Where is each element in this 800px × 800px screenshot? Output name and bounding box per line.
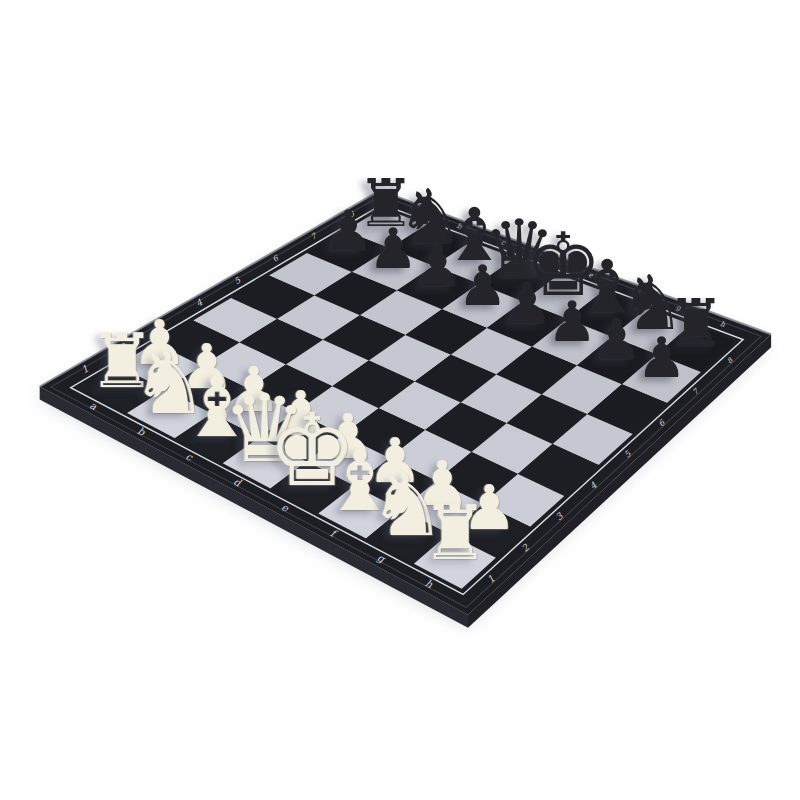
piece-white-rook-h1[interactable]: ♜ xyxy=(421,496,488,571)
piece-black-pawn-c7[interactable]: ♟ xyxy=(413,239,463,295)
piece-black-pawn-f7[interactable]: ♟ xyxy=(547,294,597,350)
piece-black-pawn-g7[interactable]: ♟ xyxy=(592,312,642,368)
piece-black-pawn-b7[interactable]: ♟ xyxy=(368,221,418,277)
piece-black-pawn-d7[interactable]: ♟ xyxy=(457,257,507,313)
piece-black-pawn-a7[interactable]: ♟ xyxy=(323,203,373,259)
piece-black-pawn-h7[interactable]: ♟ xyxy=(636,330,686,386)
piece-black-pawn-e7[interactable]: ♟ xyxy=(502,276,552,332)
chess-set-photo: aabbccddeeffgghh1122334455667788 ♜♞♝♛♚♝♞… xyxy=(0,0,800,800)
